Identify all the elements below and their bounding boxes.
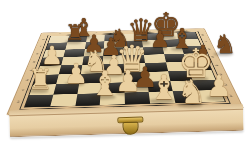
piece-white-knight-g1[interactable]: ♞: [177, 75, 207, 108]
piece-black-knight-h6[interactable]: ♞: [213, 31, 236, 57]
piece-white-pawn-h2[interactable]: ♟: [206, 72, 232, 101]
piece-black-pawn-f7[interactable]: ♟: [150, 28, 171, 51]
piece-white-rook-a2[interactable]: ♜: [27, 66, 52, 94]
pieces-layer: ♝♚♜♛♞♟♝♟♞♟♟♟♞♛♟♚♟♟♜♟♝♟♝♞: [0, 0, 249, 142]
chess-set-photo: abcdefgh abcdefgh 87654321 87654321 ♝♚♜♛…: [0, 0, 249, 142]
piece-white-pawn-b2[interactable]: ♟: [64, 60, 88, 87]
piece-white-bishop-c1[interactable]: ♝: [90, 66, 120, 100]
piece-white-bishop-f1[interactable]: ♝: [149, 70, 179, 104]
piece-black-rook-a8[interactable]: ♜: [65, 22, 85, 44]
